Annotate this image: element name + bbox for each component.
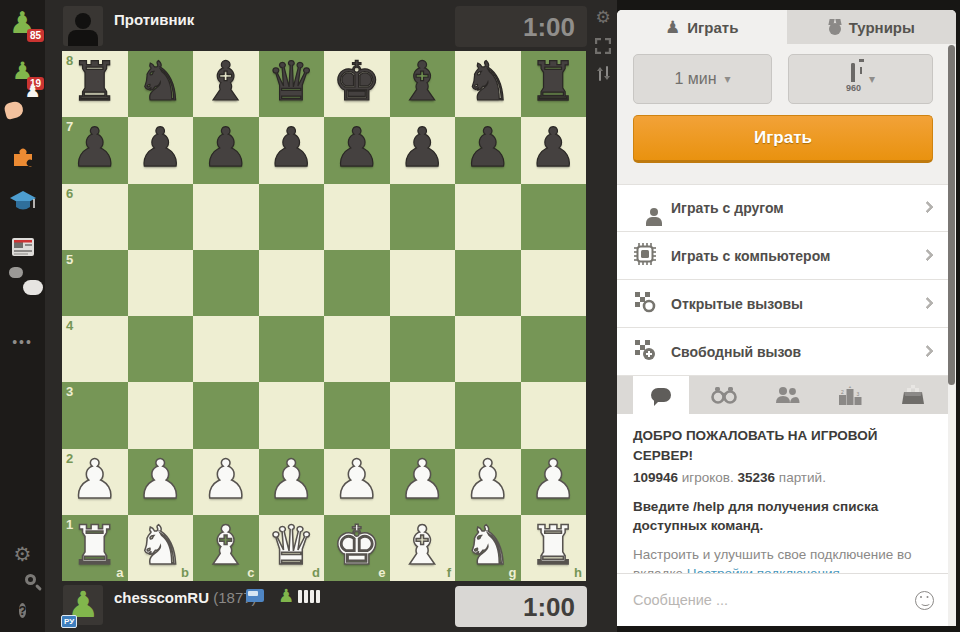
square-a1[interactable]: 1a♜ [62,515,128,581]
square-d6[interactable] [259,184,325,250]
opponent-avatar[interactable] [63,6,103,46]
newspaper-icon [10,236,36,258]
piece-white-queen[interactable]: ♛ [267,519,315,573]
connection-signal-icon [298,590,320,603]
square-b5[interactable] [128,250,194,316]
board-plus-icon [634,339,656,361]
square-g8[interactable]: ♞ [455,51,521,117]
piece-black-knight[interactable]: ♞ [464,55,512,109]
square-d2[interactable]: ♟ [259,449,325,515]
player-name: chesscomRU (1877) [114,589,257,606]
chat-help: Введите /help для получения списка досту… [633,497,932,536]
square-c2[interactable]: ♟ [193,449,259,515]
square-g1[interactable]: g♞ [455,515,521,581]
square-a7[interactable]: 7♟ [62,117,128,183]
chess960-icon: 960 [846,65,861,93]
piece-black-rook[interactable]: ♜ [71,55,119,109]
users-icon [774,386,800,404]
rank-label: 6 [66,187,73,200]
square-g6[interactable] [455,184,521,250]
square-e3[interactable] [324,382,390,448]
menu-free-challenge[interactable]: Свободный вызов [617,328,948,376]
chevron-right-icon [921,201,934,214]
piece-black-pawn[interactable]: ♟ [71,121,119,175]
square-d7[interactable]: ♟ [259,117,325,183]
square-e5[interactable] [324,250,390,316]
hand-icon [3,100,25,120]
square-g5[interactable] [455,250,521,316]
piece-black-king[interactable]: ♚ [333,55,381,109]
square-d4[interactable] [259,316,325,382]
time-control-dropdown[interactable]: 1 мин ▾ [633,54,772,104]
piece-white-knight[interactable]: ♞ [136,519,184,573]
chess-board: 8♜♞♝♛♚♝♞♜7♟♟♟♟♟♟♟♟65432♟♟♟♟♟♟♟♟1a♜b♞c♝d♛… [62,51,586,581]
square-d3[interactable] [259,382,325,448]
membership-pawn-icon: ♟ [278,586,294,606]
chevron-right-icon [921,344,934,357]
puzzles-icon[interactable] [0,144,45,174]
svg-text:3: 3 [857,390,860,396]
play-menu: Играть с другом И [617,184,948,376]
panel-scrollbar[interactable] [948,45,955,385]
square-b1[interactable]: b♞ [128,515,194,581]
variant-value: 960 [846,83,861,93]
chat-stats: 109946 игроков. 35236 партий. [633,468,932,488]
piece-white-pawn[interactable]: ♟ [464,453,512,507]
square-g4[interactable] [455,316,521,382]
podium-icon: 1 2 3 [838,386,862,405]
graduation-cap-icon [9,188,37,214]
gear-icon: ⚙ [14,542,32,566]
player-clock: 1:00 [455,586,587,627]
board-toolbar: ⚙ [590,7,616,93]
square-a5[interactable]: 5 [62,250,128,316]
piece-white-pawn[interactable]: ♟ [529,453,577,507]
chevron-down-icon: ▾ [725,72,731,86]
tab-watch[interactable] [696,376,752,414]
piece-black-pawn[interactable]: ♟ [464,121,512,175]
flag-icon [246,589,264,602]
square-e8[interactable]: ♚ [324,51,390,117]
chesscom-app: ♟ 85 ♟ 19 ♟ [0,0,960,632]
piece-black-bishop[interactable]: ♝ [398,55,446,109]
piece-black-pawn[interactable]: ♟ [398,121,446,175]
cpu-icon [634,243,656,265]
piece-white-pawn[interactable]: ♟ [202,453,250,507]
piece-white-pawn[interactable]: ♟ [398,453,446,507]
piece-white-pawn[interactable]: ♟ [333,453,381,507]
square-g3[interactable] [455,382,521,448]
square-f5[interactable] [390,250,456,316]
square-e2[interactable]: ♟ [324,449,390,515]
chat-input-row [617,573,948,626]
square-b7[interactable]: ♟ [128,117,194,183]
chat-messages: ДОБРО ПОЖАЛОВАТЬ НА ИГРОВОЙ СЕРВЕР! 1099… [617,414,948,573]
expand-icon [595,38,611,54]
square-e6[interactable] [324,184,390,250]
menu-play-friend[interactable]: Играть с другом [617,184,948,232]
opponent-clock: 1:00 [455,6,587,47]
piece-white-rook[interactable]: ♜ [529,519,577,573]
square-d8[interactable]: ♛ [259,51,325,117]
square-e4[interactable] [324,316,390,382]
gear-icon: ⚙ [595,7,610,27]
avatar-silhouette-icon [75,13,91,29]
square-b2[interactable]: ♟ [128,449,194,515]
chevron-right-icon [921,296,934,309]
menu-open-challenges[interactable]: Открытые вызовы [617,280,948,328]
piece-black-pawn[interactable]: ♟ [529,121,577,175]
piece-white-rook[interactable]: ♜ [71,519,119,573]
square-d1[interactable]: d♛ [259,515,325,581]
square-b8[interactable]: ♞ [128,51,194,117]
variant-dropdown[interactable]: 960 ▾ [788,54,933,104]
chat-bubble-icon [651,388,671,402]
square-c6[interactable] [193,184,259,250]
piece-white-knight[interactable]: ♞ [464,519,512,573]
square-h6[interactable] [521,184,587,250]
tab-chat[interactable] [633,376,689,414]
square-e1[interactable]: e♚ [324,515,390,581]
square-c5[interactable] [193,250,259,316]
square-h8[interactable]: ♜ [521,51,587,117]
games-archive-icon [900,385,926,405]
square-h7[interactable]: ♟ [521,117,587,183]
flip-icon [596,65,611,82]
news-icon[interactable] [0,236,45,262]
flip-board-button[interactable] [590,65,616,82]
chat-input[interactable] [633,592,915,608]
piece-white-bishop[interactable]: ♝ [398,519,446,573]
square-c7[interactable]: ♟ [193,117,259,183]
piece-black-queen[interactable]: ♛ [267,55,315,109]
piece-white-pawn[interactable]: ♟ [267,453,315,507]
svg-text:1: 1 [849,386,852,389]
play-button[interactable]: Играть [633,115,933,163]
square-h2[interactable]: ♟ [521,449,587,515]
chat-tabs: 1 2 3 [617,376,948,414]
settings-button[interactable]: ⚙ [0,544,45,565]
piece-white-king[interactable]: ♚ [333,519,381,573]
square-f2[interactable]: ♟ [390,449,456,515]
square-f1[interactable]: f♝ [390,515,456,581]
square-f3[interactable] [390,382,456,448]
piece-black-rook[interactable]: ♜ [529,55,577,109]
square-b3[interactable] [128,382,194,448]
board-settings-button[interactable]: ⚙ [590,7,616,27]
flair-badge: РУ [61,615,77,628]
time-control-value: 1 мин [674,70,716,88]
question-icon: ? [19,603,27,618]
home-pawn-icon[interactable]: ♟ 85 [0,8,45,38]
tab-leaderboard[interactable]: 1 2 3 [822,376,878,414]
square-c3[interactable] [193,382,259,448]
file-label: f [447,566,451,579]
tab-play[interactable]: ♟ Играть [617,10,787,44]
square-e7[interactable]: ♟ [324,117,390,183]
square-h1[interactable]: h♜ [521,515,587,581]
square-f8[interactable]: ♝ [390,51,456,117]
square-b4[interactable] [128,316,194,382]
menu-play-computer[interactable]: Играть с компьютером [617,232,948,280]
more-dots-icon: ••• [12,334,33,350]
square-b6[interactable] [128,184,194,250]
chevron-right-icon [921,248,934,261]
square-c4[interactable] [193,316,259,382]
square-h5[interactable] [521,250,587,316]
piece-white-pawn[interactable]: ♟ [136,453,184,507]
more-menu[interactable]: ••• [0,333,45,351]
piece-white-bishop[interactable]: ♝ [202,519,250,573]
binoculars-icon [711,386,737,404]
help-button[interactable]: ? [0,601,45,620]
square-c8[interactable]: ♝ [193,51,259,117]
white-pawn-icon: ♟ [25,82,41,100]
piece-black-knight[interactable]: ♞ [136,55,184,109]
emoji-icon[interactable] [915,591,934,610]
square-a6[interactable]: 6 [62,184,128,250]
learn-icon[interactable] [0,188,45,218]
square-d5[interactable] [259,250,325,316]
play-pawn-icon: ♟ [665,19,680,36]
tab-tournaments[interactable]: Турниры [787,10,957,44]
left-sidebar: ♟ 85 ♟ 19 ♟ [0,0,45,632]
rank-label: 4 [66,319,73,332]
square-c1[interactable]: c♝ [193,515,259,581]
square-f7[interactable]: ♟ [390,117,456,183]
player-avatar[interactable]: ♟ РУ [63,585,103,625]
alerts-badge: 85 [27,29,44,42]
square-h3[interactable] [521,382,587,448]
chevron-down-icon: ▾ [869,72,875,86]
piece-white-pawn[interactable]: ♟ [71,453,119,507]
square-g7[interactable]: ♟ [455,117,521,183]
square-h4[interactable] [521,316,587,382]
piece-black-pawn[interactable]: ♟ [267,121,315,175]
square-a3[interactable]: 3 [62,382,128,448]
rank-label: 3 [66,385,73,398]
tab-archive[interactable] [885,376,941,414]
piece-black-pawn[interactable]: ♟ [333,121,381,175]
panel-tabs: ♟ Играть Турниры [617,10,956,44]
puzzle-piece-icon [10,144,36,170]
medal-icon [828,19,842,35]
rank-label: 5 [66,253,73,266]
square-a8[interactable]: 8♜ [62,51,128,117]
board-circle-icon [634,291,656,313]
square-g2[interactable]: ♟ [455,449,521,515]
tab-friends[interactable] [759,376,815,414]
svg-text:2: 2 [841,388,844,394]
chat-welcome: ДОБРО ПОЖАЛОВАТЬ НА ИГРОВОЙ СЕРВЕР! [633,426,932,465]
fullscreen-button[interactable] [590,38,616,54]
square-a4[interactable]: 4 [62,316,128,382]
piece-black-pawn[interactable]: ♟ [136,121,184,175]
piece-black-bishop[interactable]: ♝ [202,55,250,109]
square-f6[interactable] [390,184,456,250]
square-a2[interactable]: 2♟ [62,449,128,515]
square-f4[interactable] [390,316,456,382]
opponent-name: Противник [114,11,194,28]
piece-black-pawn[interactable]: ♟ [202,121,250,175]
play-panel: ♟ Играть Турниры 1 мин ▾ 960 ▾ Играть Иг… [617,10,956,626]
